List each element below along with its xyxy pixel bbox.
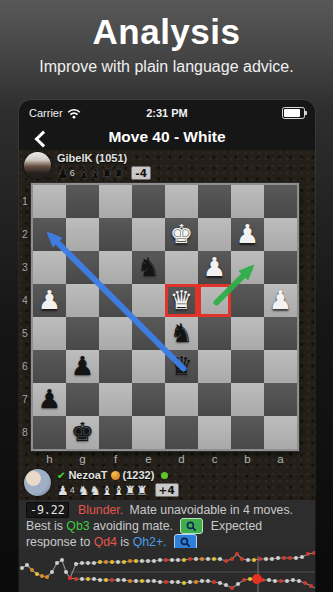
- move-dot: [288, 556, 292, 560]
- move-dot: [68, 576, 72, 580]
- square-c2[interactable]: [198, 218, 231, 251]
- magnifier-icon: [186, 521, 197, 532]
- move-dot: [110, 578, 114, 582]
- rank-label-8: 8: [19, 416, 31, 449]
- move-dot: [224, 583, 228, 587]
- move-dot: [188, 580, 192, 584]
- move-dot: [235, 552, 239, 556]
- move-dot: [146, 579, 150, 583]
- move-dot: [146, 559, 150, 563]
- square-a6[interactable]: [264, 350, 297, 383]
- move-dot: [291, 578, 295, 582]
- avatar-top-player[interactable]: [24, 152, 51, 179]
- player-top-row: GibelK (1051) ♟6♝♝♜♜-4: [19, 150, 315, 183]
- move-dot: [80, 561, 84, 565]
- square-e6[interactable]: [132, 350, 165, 383]
- current-move-dot: [252, 574, 262, 584]
- square-h1[interactable]: [33, 185, 66, 218]
- rank-label-2: 2: [19, 218, 31, 251]
- file-label-f: f: [99, 453, 132, 465]
- move-dot: [267, 578, 271, 582]
- move-dot: [273, 579, 277, 583]
- move-dot: [116, 578, 120, 582]
- square-g7[interactable]: [66, 383, 99, 416]
- captured-pieces-bottom: ♟4♞♞♝♝♜♜+4: [57, 483, 179, 497]
- square-c6[interactable]: [198, 350, 231, 383]
- move-dot: [98, 578, 102, 582]
- marketing-header: Analysis Improve with plain language adv…: [0, 0, 333, 100]
- wifi-icon: [67, 108, 81, 119]
- move-dot: [206, 557, 210, 561]
- move-dot: [128, 559, 132, 563]
- move-dot: [20, 566, 24, 570]
- move-dot: [194, 580, 198, 584]
- nav-bar: Move 40 - White: [19, 126, 315, 150]
- move-dot: [264, 557, 268, 561]
- square-h2[interactable]: [33, 218, 66, 251]
- played-move: Qd4: [94, 535, 117, 549]
- square-e4[interactable]: [132, 284, 165, 317]
- move-dot: [110, 560, 114, 564]
- file-label-h: h: [33, 453, 66, 465]
- file-label-c: c: [198, 453, 231, 465]
- move-dot: [104, 578, 108, 582]
- square-c5[interactable]: [198, 317, 231, 350]
- move-dot: [45, 575, 49, 579]
- player-bottom-row: ✔ NezoaT (1232) ♟4♞♞♝♝♜♜+4: [19, 466, 315, 500]
- black-king-g8: ♚: [66, 416, 99, 449]
- verdict-label: Blunder.: [78, 503, 123, 517]
- move-dot: [230, 557, 234, 561]
- square-e8[interactable]: [132, 416, 165, 449]
- square-f7[interactable]: [99, 383, 132, 416]
- square-d5[interactable]: ♞: [165, 317, 198, 350]
- captured-n: ♞: [89, 484, 101, 497]
- move-dot: [86, 577, 90, 581]
- chess-board[interactable]: ♚♟♞♟♟♛♟♞♟♛♟♚: [33, 185, 297, 449]
- rank-labels: 12345678: [19, 185, 31, 449]
- square-g4[interactable]: [66, 284, 99, 317]
- move-dot: [218, 581, 222, 585]
- captured-r: ♜: [124, 484, 136, 497]
- verified-check-icon: ✔: [57, 470, 65, 481]
- captured-b: ♝: [101, 484, 113, 497]
- move-dot: [74, 562, 78, 566]
- player-bottom-name: ✔ NezoaT (1232): [57, 469, 168, 481]
- square-c7[interactable]: [198, 383, 231, 416]
- move-dot: [182, 558, 186, 562]
- square-f2[interactable]: [99, 218, 132, 251]
- move-dot: [282, 556, 286, 560]
- file-label-a: a: [264, 453, 297, 465]
- rank-label-7: 7: [19, 383, 31, 416]
- phone-mockup: Carrier 2:31 PM Move 40 - White GibelK (…: [19, 100, 315, 592]
- move-dot: [92, 577, 96, 581]
- square-c1[interactable]: [198, 185, 231, 218]
- move-dot: [35, 572, 39, 576]
- square-h8[interactable]: [33, 416, 66, 449]
- analysis-panel: -9.22 Blunder. Mate unavoidable in 4 mov…: [19, 500, 315, 548]
- square-b6[interactable]: [231, 350, 264, 383]
- battery-icon: [282, 107, 305, 119]
- move-dot: [276, 556, 280, 560]
- captured-b: ♝: [89, 167, 101, 180]
- rank-label-3: 3: [19, 251, 31, 284]
- square-g2[interactable]: [66, 218, 99, 251]
- move-dot: [242, 578, 246, 582]
- move-dot: [98, 560, 102, 564]
- square-f5[interactable]: [99, 317, 132, 350]
- eval-score-badge: -9.22: [26, 502, 69, 518]
- white-queen-d4: ♛: [165, 284, 198, 317]
- move-dot: [92, 561, 96, 565]
- captured-r: ♜: [136, 484, 148, 497]
- avatar-bottom-player[interactable]: [24, 469, 51, 496]
- captured-p: ♟: [57, 484, 69, 497]
- square-h7[interactable]: ♟: [33, 383, 66, 416]
- square-h6[interactable]: [33, 350, 66, 383]
- square-b5[interactable]: [231, 317, 264, 350]
- captured-n: ♞: [78, 484, 90, 497]
- white-king-d2: ♚: [165, 218, 198, 251]
- best-move: Qb3: [66, 519, 89, 533]
- square-b1[interactable]: [231, 185, 264, 218]
- move-dot: [152, 579, 156, 583]
- square-g3[interactable]: [66, 251, 99, 284]
- square-b3[interactable]: [231, 251, 264, 284]
- move-dot: [30, 568, 34, 572]
- move-dot: [74, 577, 78, 581]
- move-dot: [140, 559, 144, 563]
- square-a5[interactable]: [264, 317, 297, 350]
- captured-count: 6: [70, 168, 75, 178]
- square-g1[interactable]: [66, 185, 99, 218]
- black-queen-d6: ♛: [165, 350, 198, 383]
- square-d8[interactable]: [165, 416, 198, 449]
- square-e3[interactable]: ♞: [132, 251, 165, 284]
- rank-label-4: 4: [19, 284, 31, 317]
- square-d2[interactable]: ♚: [165, 218, 198, 251]
- file-label-b: b: [231, 453, 264, 465]
- square-b8[interactable]: [231, 416, 264, 449]
- file-labels: hgfedcba: [33, 453, 297, 465]
- move-dot: [309, 584, 313, 588]
- black-knight-d5: ♞: [165, 317, 198, 350]
- square-f6[interactable]: [99, 350, 132, 383]
- move-dot: [236, 582, 240, 586]
- square-d7[interactable]: [165, 383, 198, 416]
- move-dot: [252, 558, 256, 562]
- move-dot: [104, 560, 108, 564]
- move-dot: [246, 558, 250, 562]
- square-h4[interactable]: ♟: [33, 284, 66, 317]
- magnifier-icon: [180, 537, 191, 548]
- carrier-label: Carrier: [29, 107, 63, 119]
- move-dot: [164, 558, 168, 562]
- response-move: Qh2+.: [133, 535, 167, 549]
- rank-label-6: 6: [19, 350, 31, 383]
- captured-r: ♜: [113, 167, 125, 180]
- square-d1[interactable]: [165, 185, 198, 218]
- move-dot: [176, 580, 180, 584]
- move-dot: [182, 581, 186, 585]
- move-dot: [134, 559, 138, 563]
- page-title: Analysis: [0, 12, 333, 52]
- move-dot: [200, 557, 204, 561]
- move-dot: [194, 557, 198, 561]
- move-dot: [230, 586, 234, 590]
- square-f1[interactable]: [99, 185, 132, 218]
- move-dot: [300, 555, 304, 559]
- page-subtitle: Improve with plain language advice.: [0, 58, 333, 76]
- move-dot: [312, 551, 315, 555]
- captured-b: ♝: [78, 167, 90, 180]
- move-dot: [164, 580, 168, 584]
- square-f4[interactable]: [99, 284, 132, 317]
- square-b7[interactable]: [231, 383, 264, 416]
- move-dot: [128, 579, 132, 583]
- material-score-badge: -4: [131, 166, 151, 180]
- square-e7[interactable]: [132, 383, 165, 416]
- rank-label-5: 5: [19, 317, 31, 350]
- square-a3[interactable]: [264, 251, 297, 284]
- square-f3[interactable]: [99, 251, 132, 284]
- move-dot: [258, 557, 262, 561]
- move-dot: [140, 579, 144, 583]
- captured-p: ♟: [57, 167, 69, 180]
- move-dot: [122, 560, 126, 564]
- board-frame: ♚♟♞♟♟♛♟♞♟♛♟♚: [31, 183, 299, 451]
- move-dot: [218, 557, 222, 561]
- square-e2[interactable]: [132, 218, 165, 251]
- move-dot: [170, 580, 174, 584]
- move-dot: [206, 579, 210, 583]
- move-dot: [270, 557, 274, 561]
- square-a4[interactable]: ♟: [264, 284, 297, 317]
- square-g6[interactable]: ♟: [66, 350, 99, 383]
- board-panel: GibelK (1051) ♟6♝♝♜♜-4 12345678 ♚♟♞♟♟♛♟♞…: [19, 150, 315, 500]
- analysis-line-1: -9.22 Blunder. Mate unavoidable in 4 mov…: [26, 503, 308, 518]
- black-knight-e3: ♞: [132, 251, 165, 284]
- white-pawn-a4: ♟: [264, 284, 297, 317]
- move-dot: [176, 558, 180, 562]
- captured-r: ♜: [101, 167, 113, 180]
- file-label-e: e: [132, 453, 165, 465]
- square-a8[interactable]: [264, 416, 297, 449]
- square-b2[interactable]: ♟: [231, 218, 264, 251]
- move-dot: [285, 579, 289, 583]
- move-dot: [116, 560, 120, 564]
- square-a7[interactable]: [264, 383, 297, 416]
- move-dot: [152, 559, 156, 563]
- move-dot: [80, 577, 84, 581]
- move-dot: [25, 563, 29, 567]
- move-dot: [248, 577, 252, 581]
- player-top-name: GibelK (1051): [57, 152, 127, 164]
- square-g8[interactable]: ♚: [66, 416, 99, 449]
- square-h3[interactable]: [33, 251, 66, 284]
- eval-line-upper: [22, 553, 315, 578]
- square-f8[interactable]: [99, 416, 132, 449]
- online-status-dot: [161, 472, 168, 479]
- move-dot: [306, 552, 310, 556]
- preview-best-move-button[interactable]: [180, 518, 203, 534]
- captured-count: 4: [70, 485, 75, 495]
- file-label-g: g: [66, 453, 99, 465]
- move-title: Move 40 - White: [19, 128, 315, 146]
- move-dot: [122, 578, 126, 582]
- white-pawn-b2: ♟: [231, 218, 264, 251]
- rank-label-1: 1: [19, 185, 31, 218]
- move-dot: [170, 558, 174, 562]
- captured-pieces-top: ♟6♝♝♜♜-4: [57, 166, 151, 180]
- square-d3[interactable]: [165, 251, 198, 284]
- move-dot: [55, 561, 59, 565]
- file-label-d: d: [165, 453, 198, 465]
- square-g5[interactable]: [66, 317, 99, 350]
- square-d6[interactable]: ♛: [165, 350, 198, 383]
- move-dot: [64, 570, 68, 574]
- move-dot: [50, 570, 54, 574]
- move-dot: [279, 579, 283, 583]
- move-dot: [40, 574, 44, 578]
- square-e1[interactable]: [132, 185, 165, 218]
- move-dot: [134, 579, 138, 583]
- square-c3[interactable]: ♟: [198, 251, 231, 284]
- square-e5[interactable]: [132, 317, 165, 350]
- move-dot: [303, 581, 307, 585]
- analysis-line-2: Best is Qb3 avoiding mate. Expected: [26, 518, 308, 534]
- eval-graph-panel[interactable]: [19, 548, 315, 592]
- move-dot: [188, 557, 192, 561]
- move-dot: [60, 558, 64, 562]
- move-dot: [158, 558, 162, 562]
- square-a1[interactable]: [264, 185, 297, 218]
- move-dot: [294, 556, 298, 560]
- square-a2[interactable]: [264, 218, 297, 251]
- move-dot: [158, 580, 162, 584]
- status-bar: Carrier 2:31 PM: [19, 100, 315, 126]
- square-c8[interactable]: [198, 416, 231, 449]
- move-dot: [297, 579, 301, 583]
- move-dot: [261, 578, 265, 582]
- square-b4[interactable]: [231, 284, 264, 317]
- move-dot: [240, 557, 244, 561]
- board-zone: 12345678 ♚♟♞♟♟♛♟♞♟♛♟♚ hgfedcba: [19, 183, 315, 466]
- white-pawn-c3: ♟: [198, 251, 231, 284]
- square-c4[interactable]: [198, 284, 231, 317]
- white-pawn-h4: ♟: [33, 284, 66, 317]
- material-score-badge: +4: [155, 483, 179, 497]
- move-dot: [86, 561, 90, 565]
- medal-icon: [111, 471, 120, 480]
- move-dot: [212, 557, 216, 561]
- move-dot: [200, 579, 204, 583]
- move-dot: [212, 580, 216, 584]
- move-dot: [224, 559, 228, 563]
- black-pawn-h7: ♟: [33, 383, 66, 416]
- square-d4[interactable]: ♛: [165, 284, 198, 317]
- captured-b: ♝: [113, 484, 125, 497]
- black-pawn-g6: ♟: [66, 350, 99, 383]
- square-h5[interactable]: [33, 317, 66, 350]
